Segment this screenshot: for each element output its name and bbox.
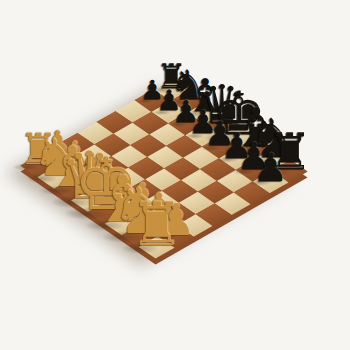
- piece-black-pawn-h7[interactable]: ♟: [251, 148, 290, 187]
- product-photo-background: ♜♞♝♛♚♝♞♜♟♟♟♟♟♟♟♟♟♟♟♟♟♟♟♟♜♞♝♛♚♝♞♜: [0, 0, 350, 350]
- piece-white-rook-h1[interactable]: ♜: [127, 195, 186, 254]
